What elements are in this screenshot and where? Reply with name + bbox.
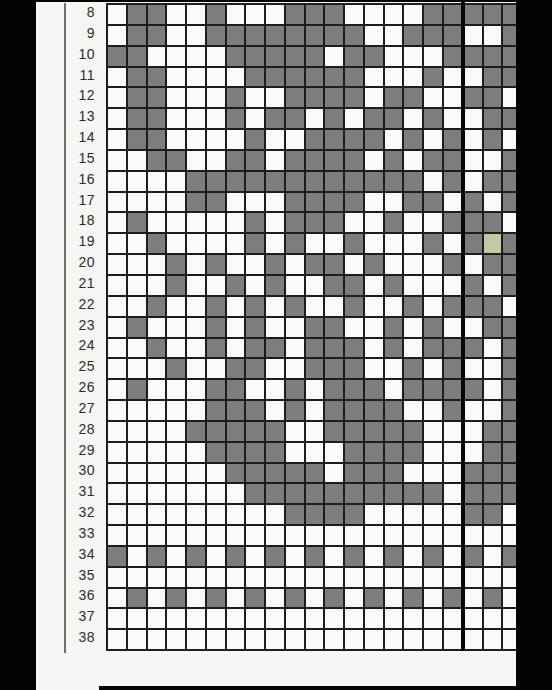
stitch-cell bbox=[404, 401, 422, 420]
stitch-cell bbox=[325, 26, 343, 45]
stitch-cell bbox=[246, 151, 264, 170]
stitch-cell bbox=[128, 609, 146, 628]
stitch-cell bbox=[444, 297, 462, 316]
stitch-cell bbox=[345, 568, 363, 587]
stitch-cell bbox=[325, 547, 343, 566]
stitch-cell bbox=[345, 318, 363, 337]
stitch-cell bbox=[404, 68, 422, 87]
stitch-cell bbox=[266, 151, 284, 170]
stitch-cell bbox=[306, 151, 324, 170]
stitch-cell bbox=[148, 5, 166, 24]
stitch-cell bbox=[128, 193, 146, 212]
stitch-cell bbox=[306, 547, 324, 566]
stitch-cell bbox=[246, 26, 264, 45]
stitch-cell bbox=[266, 547, 284, 566]
stitch-cell bbox=[444, 484, 462, 503]
stitch-cell bbox=[128, 26, 146, 45]
stitch-cell bbox=[128, 339, 146, 358]
row-number-label: 34 bbox=[65, 544, 95, 565]
stitch-cell bbox=[246, 109, 264, 128]
stitch-cell bbox=[424, 47, 442, 66]
stitch-cell bbox=[306, 484, 324, 503]
stitch-cell bbox=[108, 505, 126, 524]
stitch-cell bbox=[464, 234, 482, 253]
stitch-cell bbox=[345, 255, 363, 274]
row-number-label: 38 bbox=[65, 627, 95, 648]
stitch-cell bbox=[325, 589, 343, 608]
stitch-cell bbox=[306, 589, 324, 608]
stitch-cell bbox=[424, 609, 442, 628]
stitch-cell bbox=[246, 255, 264, 274]
stitch-cell bbox=[444, 401, 462, 420]
stitch-cell bbox=[365, 505, 383, 524]
stitch-cell bbox=[365, 151, 383, 170]
stitch-cell bbox=[444, 88, 462, 107]
stitch-cell bbox=[108, 172, 126, 191]
stitch-cell bbox=[148, 193, 166, 212]
stitch-cell bbox=[464, 505, 482, 524]
stitch-cell bbox=[464, 359, 482, 378]
stitch-cell bbox=[207, 276, 225, 295]
stitch-cell bbox=[345, 547, 363, 566]
stitch-cell bbox=[246, 5, 264, 24]
stitch-cell bbox=[167, 568, 185, 587]
stitch-cell bbox=[246, 172, 264, 191]
stitch-cell bbox=[345, 130, 363, 149]
stitch-cell bbox=[227, 151, 245, 170]
stitch-cell bbox=[404, 276, 422, 295]
stitch-cell bbox=[148, 609, 166, 628]
stitch-cell bbox=[404, 422, 422, 441]
stitch-cell bbox=[306, 88, 324, 107]
stitch-cell bbox=[306, 568, 324, 587]
row-number-label: 29 bbox=[65, 440, 95, 461]
stitch-cell bbox=[266, 88, 284, 107]
stitch-cell bbox=[365, 359, 383, 378]
stitch-cell bbox=[404, 255, 422, 274]
stitch-cell bbox=[464, 213, 482, 232]
stitch-cell bbox=[385, 130, 403, 149]
stitch-cell bbox=[227, 422, 245, 441]
stitch-cell bbox=[148, 151, 166, 170]
stitch-cell bbox=[108, 526, 126, 545]
stitch-cell bbox=[108, 464, 126, 483]
stitch-cell bbox=[365, 234, 383, 253]
row-number-label: 31 bbox=[65, 481, 95, 502]
stitch-cell bbox=[286, 109, 304, 128]
stitch-cell bbox=[325, 130, 343, 149]
stitch-cell bbox=[464, 5, 482, 24]
stitch-cell bbox=[385, 88, 403, 107]
stitch-cell bbox=[464, 151, 482, 170]
row-number-label: 17 bbox=[65, 190, 95, 211]
stitch-cell bbox=[227, 589, 245, 608]
stitch-cell bbox=[444, 276, 462, 295]
stitch-cell bbox=[365, 68, 383, 87]
stitch-cell bbox=[404, 297, 422, 316]
stitch-cell bbox=[404, 26, 422, 45]
stitch-cell bbox=[167, 234, 185, 253]
stitch-cell bbox=[108, 401, 126, 420]
stitch-cell bbox=[207, 401, 225, 420]
stitch-cell bbox=[424, 88, 442, 107]
stitch-cell bbox=[404, 443, 422, 462]
stitch-cell bbox=[484, 359, 502, 378]
stitch-cell bbox=[227, 130, 245, 149]
stitch-cell bbox=[266, 109, 284, 128]
row-number-label: 28 bbox=[65, 419, 95, 440]
stitch-cell bbox=[246, 88, 264, 107]
knitting-chart-photo: 8910111213141516171819202122232425262728… bbox=[0, 0, 552, 690]
stitch-cell bbox=[286, 526, 304, 545]
stitch-cell bbox=[345, 609, 363, 628]
stitch-cell bbox=[167, 505, 185, 524]
stitch-cell bbox=[246, 276, 264, 295]
row-number-label: 22 bbox=[65, 294, 95, 315]
stitch-cell bbox=[325, 109, 343, 128]
stitch-cell bbox=[227, 68, 245, 87]
stitch-cell bbox=[246, 547, 264, 566]
stitch-cell bbox=[167, 380, 185, 399]
stitch-cell bbox=[148, 359, 166, 378]
stitch-cell bbox=[246, 47, 264, 66]
stitch-cell bbox=[246, 464, 264, 483]
stitch-cell bbox=[187, 547, 205, 566]
stitch-cell bbox=[207, 26, 225, 45]
stitch-cell bbox=[246, 443, 264, 462]
stitch-cell bbox=[286, 213, 304, 232]
stitch-cell bbox=[148, 401, 166, 420]
stitch-cell bbox=[266, 172, 284, 191]
stitch-cell bbox=[424, 568, 442, 587]
stitch-cell bbox=[148, 547, 166, 566]
stitch-cell bbox=[484, 130, 502, 149]
stitch-cell bbox=[266, 609, 284, 628]
stitch-cell bbox=[306, 339, 324, 358]
stitch-cell bbox=[444, 234, 462, 253]
stitch-cell bbox=[128, 68, 146, 87]
stitch-cell bbox=[385, 5, 403, 24]
stitch-cell bbox=[444, 464, 462, 483]
stitch-cell bbox=[464, 568, 482, 587]
stitch-cell bbox=[306, 213, 324, 232]
stitch-cell bbox=[404, 193, 422, 212]
stitch-cell bbox=[385, 151, 403, 170]
stitch-cell bbox=[187, 464, 205, 483]
stitch-cell bbox=[286, 297, 304, 316]
pattern-repeat-line bbox=[461, 2, 465, 651]
stitch-cell bbox=[404, 484, 422, 503]
stitch-cell bbox=[385, 589, 403, 608]
stitch-cell bbox=[424, 422, 442, 441]
stitch-cell bbox=[187, 47, 205, 66]
stitch-cell bbox=[385, 172, 403, 191]
stitch-cell bbox=[325, 318, 343, 337]
stitch-cell bbox=[266, 234, 284, 253]
stitch-cell bbox=[227, 401, 245, 420]
stitch-cell bbox=[404, 568, 422, 587]
stitch-cell bbox=[207, 526, 225, 545]
stitch-cell bbox=[424, 589, 442, 608]
stitch-cell bbox=[464, 130, 482, 149]
stitch-cell bbox=[306, 401, 324, 420]
stitch-cell bbox=[167, 339, 185, 358]
stitch-cell bbox=[444, 213, 462, 232]
stitch-cell bbox=[385, 339, 403, 358]
stitch-cell bbox=[424, 464, 442, 483]
stitch-cell bbox=[207, 213, 225, 232]
stitch-cell bbox=[187, 88, 205, 107]
stitch-cell bbox=[464, 443, 482, 462]
stitch-cell bbox=[167, 47, 185, 66]
stitch-cell bbox=[187, 401, 205, 420]
stitch-cell bbox=[365, 109, 383, 128]
stitch-cell bbox=[286, 422, 304, 441]
stitch-cell bbox=[246, 630, 264, 649]
stitch-cell bbox=[404, 547, 422, 566]
stitch-cell bbox=[306, 464, 324, 483]
stitch-cell bbox=[187, 568, 205, 587]
row-number-label: 27 bbox=[65, 398, 95, 419]
stitch-cell bbox=[385, 568, 403, 587]
stitch-cell bbox=[227, 193, 245, 212]
stitch-cell bbox=[404, 589, 422, 608]
stitch-cell bbox=[187, 318, 205, 337]
stitch-cell bbox=[207, 109, 225, 128]
stitch-cell bbox=[227, 26, 245, 45]
stitch-cell bbox=[227, 5, 245, 24]
stitch-cell bbox=[207, 234, 225, 253]
stitch-cell bbox=[227, 234, 245, 253]
stitch-cell bbox=[187, 151, 205, 170]
stitch-cell bbox=[266, 26, 284, 45]
row-number-label: 20 bbox=[65, 252, 95, 273]
stitch-cell bbox=[484, 297, 502, 316]
stitch-cell bbox=[286, 5, 304, 24]
stitch-cell bbox=[365, 276, 383, 295]
stitch-cell bbox=[404, 359, 422, 378]
stitch-cell bbox=[128, 589, 146, 608]
stitch-cell bbox=[444, 130, 462, 149]
stitch-cell bbox=[404, 130, 422, 149]
stitch-cell bbox=[464, 255, 482, 274]
stitch-cell bbox=[325, 630, 343, 649]
stitch-cell bbox=[227, 505, 245, 524]
stitch-cell bbox=[266, 193, 284, 212]
stitch-cell bbox=[286, 318, 304, 337]
stitch-cell bbox=[167, 297, 185, 316]
stitch-cell bbox=[444, 193, 462, 212]
stitch-cell bbox=[444, 568, 462, 587]
stitch-cell bbox=[404, 151, 422, 170]
stitch-cell bbox=[365, 443, 383, 462]
stitch-cell bbox=[365, 630, 383, 649]
stitch-cell bbox=[365, 255, 383, 274]
stitch-cell bbox=[128, 464, 146, 483]
stitch-cell bbox=[187, 276, 205, 295]
stitch-cell bbox=[227, 255, 245, 274]
stitch-cell bbox=[345, 359, 363, 378]
stitch-cell bbox=[286, 276, 304, 295]
stitch-cell bbox=[108, 297, 126, 316]
stitch-cell bbox=[148, 526, 166, 545]
stitch-cell bbox=[306, 26, 324, 45]
stitch-cell bbox=[444, 339, 462, 358]
stitch-cell bbox=[464, 172, 482, 191]
stitch-cell bbox=[325, 88, 343, 107]
stitch-cell bbox=[187, 609, 205, 628]
stitch-cell bbox=[444, 5, 462, 24]
stitch-cell bbox=[128, 47, 146, 66]
stitch-cell bbox=[148, 255, 166, 274]
stitch-cell bbox=[148, 443, 166, 462]
stitch-cell bbox=[246, 589, 264, 608]
stitch-cell bbox=[207, 297, 225, 316]
stitch-cell bbox=[246, 422, 264, 441]
stitch-cell bbox=[424, 193, 442, 212]
stitch-cell bbox=[424, 547, 442, 566]
stitch-cell bbox=[464, 589, 482, 608]
stitch-cell bbox=[246, 484, 264, 503]
stitch-cell bbox=[266, 47, 284, 66]
row-number-label: 13 bbox=[65, 106, 95, 127]
stitch-cell bbox=[167, 68, 185, 87]
stitch-cell bbox=[404, 464, 422, 483]
stitch-cell bbox=[404, 630, 422, 649]
stitch-cell bbox=[404, 88, 422, 107]
stitch-cell bbox=[444, 26, 462, 45]
stitch-cell bbox=[246, 359, 264, 378]
stitch-cell bbox=[385, 359, 403, 378]
stitch-cell bbox=[266, 568, 284, 587]
stitch-cell bbox=[286, 26, 304, 45]
stitch-cell bbox=[187, 359, 205, 378]
stitch-cell bbox=[187, 422, 205, 441]
stitch-cell bbox=[365, 380, 383, 399]
stitch-cell bbox=[227, 109, 245, 128]
stitch-cell bbox=[227, 172, 245, 191]
stitch-cell bbox=[128, 130, 146, 149]
row-number-label: 16 bbox=[65, 169, 95, 190]
stitch-cell bbox=[345, 401, 363, 420]
stitch-cell bbox=[167, 484, 185, 503]
stitch-cell bbox=[286, 505, 304, 524]
stitch-cell bbox=[207, 172, 225, 191]
stitch-cell bbox=[325, 255, 343, 274]
stitch-cell bbox=[464, 88, 482, 107]
stitch-cell bbox=[148, 47, 166, 66]
stitch-cell bbox=[266, 589, 284, 608]
stitch-cell bbox=[128, 630, 146, 649]
stitch-cell bbox=[325, 380, 343, 399]
stitch-cell bbox=[325, 276, 343, 295]
stitch-cell bbox=[306, 526, 324, 545]
stitch-cell bbox=[464, 630, 482, 649]
stitch-cell bbox=[167, 88, 185, 107]
stitch-cell bbox=[484, 568, 502, 587]
stitch-cell bbox=[187, 484, 205, 503]
stitch-cell bbox=[128, 484, 146, 503]
stitch-cell bbox=[385, 318, 403, 337]
stitch-cell bbox=[306, 276, 324, 295]
stitch-cell bbox=[404, 5, 422, 24]
stitch-cell bbox=[306, 193, 324, 212]
stitch-cell bbox=[266, 255, 284, 274]
stitch-cell bbox=[385, 193, 403, 212]
stitch-cell bbox=[385, 609, 403, 628]
stitch-cell bbox=[464, 339, 482, 358]
stitch-cell bbox=[207, 422, 225, 441]
stitch-cell bbox=[464, 193, 482, 212]
stitch-cell bbox=[207, 609, 225, 628]
stitch-cell bbox=[306, 422, 324, 441]
stitch-cell bbox=[444, 526, 462, 545]
stitch-cell bbox=[365, 401, 383, 420]
stitch-cell bbox=[187, 443, 205, 462]
stitch-cell bbox=[187, 172, 205, 191]
stitch-cell bbox=[345, 526, 363, 545]
stitch-cell bbox=[424, 5, 442, 24]
row-number-label: 25 bbox=[65, 356, 95, 377]
stitch-cell bbox=[365, 172, 383, 191]
stitch-cell bbox=[325, 422, 343, 441]
stitch-cell bbox=[128, 297, 146, 316]
stitch-cell bbox=[345, 464, 363, 483]
stitch-cell bbox=[167, 151, 185, 170]
stitch-cell bbox=[207, 464, 225, 483]
stitch-cell bbox=[345, 213, 363, 232]
stitch-cell bbox=[464, 276, 482, 295]
stitch-cell bbox=[385, 547, 403, 566]
stitch-cell bbox=[246, 568, 264, 587]
stitch-cell bbox=[246, 234, 264, 253]
stitch-cell bbox=[246, 297, 264, 316]
stitch-cell bbox=[207, 318, 225, 337]
stitch-cell bbox=[108, 359, 126, 378]
stitch-cell bbox=[167, 609, 185, 628]
stitch-cell bbox=[148, 589, 166, 608]
stitch-cell bbox=[365, 568, 383, 587]
stitch-cell bbox=[306, 297, 324, 316]
stitch-cell bbox=[464, 526, 482, 545]
stitch-cell bbox=[286, 401, 304, 420]
stitch-cell bbox=[306, 109, 324, 128]
stitch-cell bbox=[385, 297, 403, 316]
stitch-cell bbox=[148, 422, 166, 441]
stitch-cell bbox=[128, 234, 146, 253]
stitch-cell bbox=[365, 339, 383, 358]
stitch-cell bbox=[227, 464, 245, 483]
stitch-cell bbox=[444, 380, 462, 399]
letterbox-right bbox=[516, 0, 552, 690]
stitch-cell bbox=[325, 172, 343, 191]
stitch-cell bbox=[167, 526, 185, 545]
stitch-cell bbox=[227, 380, 245, 399]
stitch-cell bbox=[286, 589, 304, 608]
stitch-cell bbox=[345, 151, 363, 170]
stitch-cell bbox=[365, 130, 383, 149]
row-number-label: 24 bbox=[65, 335, 95, 356]
stitch-cell bbox=[484, 109, 502, 128]
stitch-cell bbox=[167, 5, 185, 24]
stitch-cell bbox=[246, 401, 264, 420]
stitch-cell bbox=[108, 339, 126, 358]
stitch-cell bbox=[484, 505, 502, 524]
stitch-cell bbox=[227, 547, 245, 566]
stitch-cell bbox=[306, 68, 324, 87]
stitch-cell bbox=[227, 339, 245, 358]
stitch-cell bbox=[385, 484, 403, 503]
